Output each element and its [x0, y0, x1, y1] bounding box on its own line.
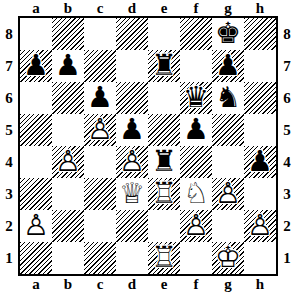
file-label-b: b [52, 276, 84, 292]
piece-outline-glyph: ♙ [244, 210, 276, 242]
rank-label-6: 6 [278, 82, 294, 114]
rank-label-5: 5 [0, 114, 18, 146]
square-d5[interactable]: ♟ [116, 114, 148, 146]
piece-outline-glyph: ♘ [180, 178, 212, 210]
square-d2[interactable] [116, 210, 148, 242]
piece-outline-glyph: ♙ [84, 114, 116, 146]
square-a7[interactable]: ♟ [20, 50, 52, 82]
square-b3[interactable] [52, 178, 84, 210]
rank-label-5: 5 [278, 114, 294, 146]
file-label-e: e [148, 0, 180, 16]
white-pawn: ♟♙ [180, 210, 212, 242]
piece-fill-glyph: ♟ [180, 114, 212, 146]
square-a3[interactable] [20, 178, 52, 210]
square-b7[interactable]: ♟ [52, 50, 84, 82]
square-h3[interactable] [244, 178, 276, 210]
square-a5[interactable] [20, 114, 52, 146]
black-king: ♚ [212, 18, 244, 50]
square-d8[interactable] [116, 18, 148, 50]
file-label-g: g [212, 276, 244, 292]
square-e1[interactable]: ♜♖ [148, 242, 180, 274]
square-f2[interactable]: ♟♙ [180, 210, 212, 242]
piece-outline-glyph: ♔ [212, 242, 244, 274]
piece-outline-glyph: ♕ [116, 178, 148, 210]
square-c3[interactable] [84, 178, 116, 210]
file-label-b: b [52, 0, 84, 16]
white-rook: ♜♖ [148, 178, 180, 210]
piece-fill-glyph: ♚ [212, 18, 244, 50]
square-f3[interactable]: ♞♘ [180, 178, 212, 210]
piece-fill-glyph: ♜ [148, 50, 180, 82]
rank-label-7: 7 [0, 50, 18, 82]
square-b6[interactable] [52, 82, 84, 114]
square-c4[interactable] [84, 146, 116, 178]
piece-outline-glyph: ♖ [148, 242, 180, 274]
square-f4[interactable] [180, 146, 212, 178]
file-label-d: d [116, 276, 148, 292]
file-labels-top: abcdefgh [20, 0, 276, 16]
square-h7[interactable] [244, 50, 276, 82]
file-label-e: e [148, 276, 180, 292]
square-g1[interactable]: ♚♔ [212, 242, 244, 274]
piece-outline-glyph: ♙ [180, 210, 212, 242]
piece-outline-glyph: ♙ [212, 178, 244, 210]
white-pawn: ♟♙ [212, 178, 244, 210]
square-f1[interactable] [180, 242, 212, 274]
rank-label-8: 8 [278, 18, 294, 50]
square-h1[interactable] [244, 242, 276, 274]
square-h5[interactable] [244, 114, 276, 146]
file-label-f: f [180, 276, 212, 292]
square-g7[interactable]: ♟ [212, 50, 244, 82]
white-knight: ♞♘ [180, 178, 212, 210]
piece-fill-glyph: ♞ [212, 82, 244, 114]
rank-label-8: 8 [0, 18, 18, 50]
square-f6[interactable]: ♛ [180, 82, 212, 114]
square-d4[interactable]: ♟♙ [116, 146, 148, 178]
square-a2[interactable]: ♟♙ [20, 210, 52, 242]
rank-labels-right: 87654321 [278, 18, 294, 274]
file-labels-bottom: abcdefgh [20, 276, 276, 292]
square-g4[interactable] [212, 146, 244, 178]
black-knight: ♞ [212, 82, 244, 114]
rank-label-3: 3 [278, 178, 294, 210]
square-a8[interactable] [20, 18, 52, 50]
piece-fill-glyph: ♛ [180, 82, 212, 114]
square-d6[interactable] [116, 82, 148, 114]
square-b4[interactable]: ♟♙ [52, 146, 84, 178]
file-label-a: a [20, 276, 52, 292]
square-f7[interactable] [180, 50, 212, 82]
black-pawn: ♟ [52, 50, 84, 82]
square-c8[interactable] [84, 18, 116, 50]
piece-fill-glyph: ♟ [84, 82, 116, 114]
black-pawn: ♟ [20, 50, 52, 82]
piece-fill-glyph: ♟ [116, 114, 148, 146]
white-pawn: ♟♙ [116, 146, 148, 178]
square-c5[interactable]: ♟♙ [84, 114, 116, 146]
black-pawn: ♟ [212, 50, 244, 82]
square-c2[interactable] [84, 210, 116, 242]
file-label-d: d [116, 0, 148, 16]
square-f5[interactable]: ♟ [180, 114, 212, 146]
rank-label-2: 2 [278, 210, 294, 242]
black-pawn: ♟ [244, 146, 276, 178]
black-rook: ♜ [148, 50, 180, 82]
rank-label-4: 4 [0, 146, 18, 178]
square-h4[interactable]: ♟ [244, 146, 276, 178]
square-c7[interactable] [84, 50, 116, 82]
piece-outline-glyph: ♙ [20, 210, 52, 242]
square-b5[interactable] [52, 114, 84, 146]
piece-fill-glyph: ♟ [52, 50, 84, 82]
rank-label-2: 2 [0, 210, 18, 242]
square-f8[interactable] [180, 18, 212, 50]
file-label-a: a [20, 0, 52, 16]
rank-label-4: 4 [278, 146, 294, 178]
square-d3[interactable]: ♛♕ [116, 178, 148, 210]
chess-diagram: abcdefgh 87654321 ♚♟♟♜♟♟♛♞♟♙♟♟♟♙♟♙♜♟♛♕♜♖… [0, 0, 294, 295]
piece-outline-glyph: ♙ [52, 146, 84, 178]
square-e4[interactable]: ♜ [148, 146, 180, 178]
white-pawn: ♟♙ [244, 210, 276, 242]
square-g2[interactable] [212, 210, 244, 242]
square-a4[interactable] [20, 146, 52, 178]
black-pawn: ♟ [116, 114, 148, 146]
file-label-c: c [84, 0, 116, 16]
square-e5[interactable] [148, 114, 180, 146]
white-queen: ♛♕ [116, 178, 148, 210]
square-e6[interactable] [148, 82, 180, 114]
rank-label-6: 6 [0, 82, 18, 114]
white-pawn: ♟♙ [20, 210, 52, 242]
white-pawn: ♟♙ [52, 146, 84, 178]
square-e2[interactable] [148, 210, 180, 242]
rank-label-1: 1 [0, 242, 18, 274]
file-label-c: c [84, 276, 116, 292]
square-b1[interactable] [52, 242, 84, 274]
square-h6[interactable] [244, 82, 276, 114]
black-rook: ♜ [148, 146, 180, 178]
square-b2[interactable] [52, 210, 84, 242]
piece-fill-glyph: ♟ [212, 50, 244, 82]
rank-label-3: 3 [0, 178, 18, 210]
file-label-h: h [244, 276, 276, 292]
square-a1[interactable] [20, 242, 52, 274]
chess-board: ♚♟♟♜♟♟♛♞♟♙♟♟♟♙♟♙♜♟♛♕♜♖♞♘♟♙♟♙♟♙♟♙♜♖♚♔ [18, 16, 278, 276]
square-e3[interactable]: ♜♖ [148, 178, 180, 210]
square-c1[interactable] [84, 242, 116, 274]
rank-label-7: 7 [278, 50, 294, 82]
rank-labels-left: 87654321 [0, 18, 18, 274]
square-e7[interactable]: ♜ [148, 50, 180, 82]
piece-fill-glyph: ♟ [244, 146, 276, 178]
square-c6[interactable]: ♟ [84, 82, 116, 114]
square-g5[interactable] [212, 114, 244, 146]
piece-outline-glyph: ♙ [116, 146, 148, 178]
square-d7[interactable] [116, 50, 148, 82]
black-queen: ♛ [180, 82, 212, 114]
file-label-f: f [180, 0, 212, 16]
white-rook: ♜♖ [148, 242, 180, 274]
square-e8[interactable] [148, 18, 180, 50]
square-d1[interactable] [116, 242, 148, 274]
file-label-g: g [212, 0, 244, 16]
black-pawn: ♟ [180, 114, 212, 146]
piece-fill-glyph: ♜ [148, 146, 180, 178]
rank-label-1: 1 [278, 242, 294, 274]
piece-outline-glyph: ♖ [148, 178, 180, 210]
square-b8[interactable] [52, 18, 84, 50]
square-g6[interactable]: ♞ [212, 82, 244, 114]
file-label-h: h [244, 0, 276, 16]
square-h2[interactable]: ♟♙ [244, 210, 276, 242]
black-pawn: ♟ [84, 82, 116, 114]
white-king: ♚♔ [212, 242, 244, 274]
square-g8[interactable]: ♚ [212, 18, 244, 50]
square-h8[interactable] [244, 18, 276, 50]
square-a6[interactable] [20, 82, 52, 114]
piece-fill-glyph: ♟ [20, 50, 52, 82]
white-pawn: ♟♙ [84, 114, 116, 146]
square-g3[interactable]: ♟♙ [212, 178, 244, 210]
